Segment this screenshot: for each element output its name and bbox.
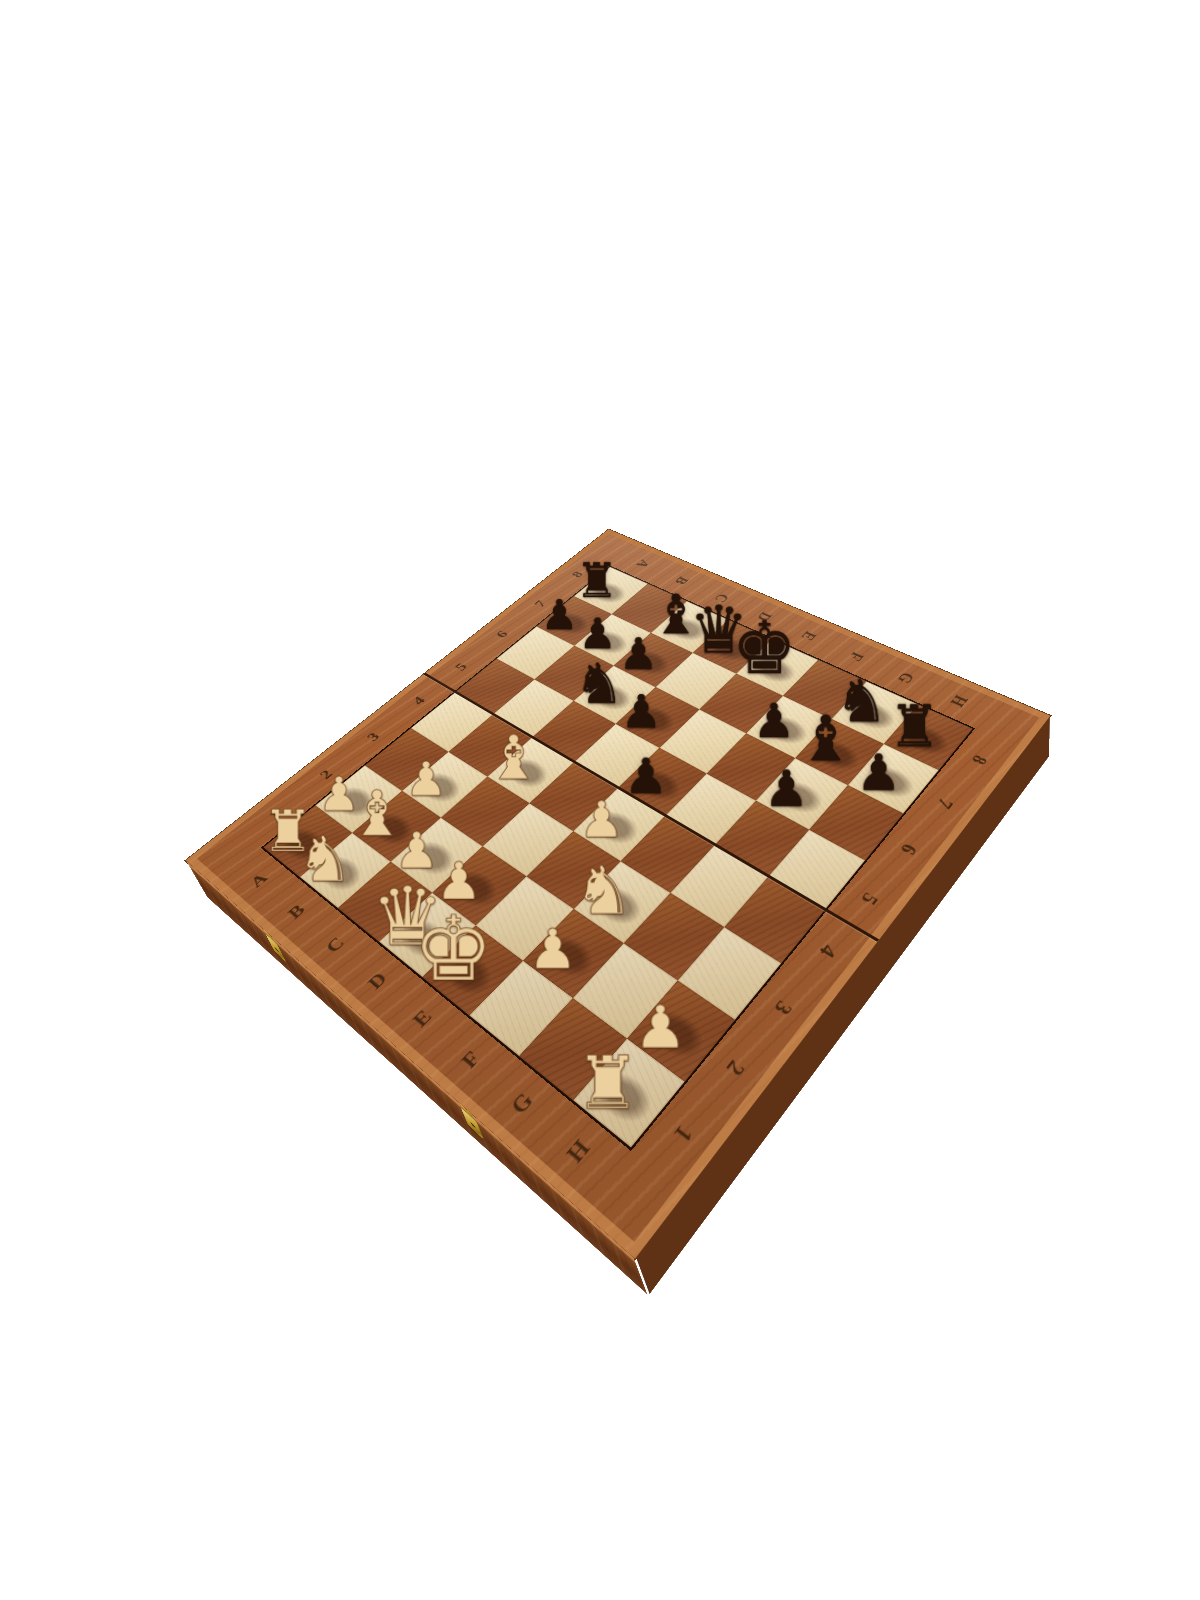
white-pawn-f2[interactable]: ♟ bbox=[529, 921, 579, 976]
black-rook-a8[interactable]: ♜ bbox=[576, 557, 619, 605]
white-knight-b1[interactable]: ♞ bbox=[297, 828, 353, 891]
square-g6[interactable]: ♟ bbox=[756, 758, 847, 829]
squares-grid: ♜♝♛♚♞♜♟♟♟♟♝♟♞♟♟♟♝♟♟♞♟♝♟♟♟♟♜♞♛♚♜ bbox=[261, 566, 975, 1151]
perspective-wrapper: ABCDEFGH ABCDEFGH 12345678 12345678 ♜♝♛♚… bbox=[0, 279, 1200, 1296]
black-pawn-h7[interactable]: ♟ bbox=[856, 747, 901, 797]
black-pawn-d6[interactable]: ♟ bbox=[621, 688, 662, 734]
black-pawn-b7[interactable]: ♟ bbox=[579, 612, 617, 654]
black-pawn-c7[interactable]: ♟ bbox=[619, 632, 658, 675]
white-pawn-b3[interactable]: ♟ bbox=[405, 755, 447, 802]
black-knight-c6[interactable]: ♞ bbox=[574, 655, 624, 711]
square-c4[interactable]: ♝ bbox=[488, 737, 574, 802]
product-photo: ABCDEFGH ABCDEFGH 12345678 12345678 ♜♝♛♚… bbox=[0, 0, 1200, 1600]
white-king-e1[interactable]: ♚ bbox=[413, 904, 493, 994]
black-king-e8[interactable]: ♚ bbox=[732, 611, 797, 683]
white-knight-f3[interactable]: ♞ bbox=[574, 857, 634, 924]
folding-chessboard: ABCDEFGH ABCDEFGH 12345678 12345678 ♜♝♛♚… bbox=[186, 529, 1051, 1259]
white-rook-h1[interactable]: ♜ bbox=[575, 1047, 641, 1120]
black-pawn-g6[interactable]: ♟ bbox=[764, 763, 809, 813]
square-a4[interactable] bbox=[411, 692, 492, 751]
white-pawn-h2[interactable]: ♟ bbox=[634, 997, 687, 1056]
black-pawn-a7[interactable]: ♟ bbox=[541, 594, 578, 635]
white-pawn-c2[interactable]: ♟ bbox=[394, 825, 439, 875]
white-pawn-e4[interactable]: ♟ bbox=[579, 794, 624, 844]
white-bishop-c4[interactable]: ♝ bbox=[487, 727, 542, 788]
black-pawn-e5[interactable]: ♟ bbox=[624, 751, 668, 800]
black-pawn-f7[interactable]: ♟ bbox=[753, 697, 795, 744]
